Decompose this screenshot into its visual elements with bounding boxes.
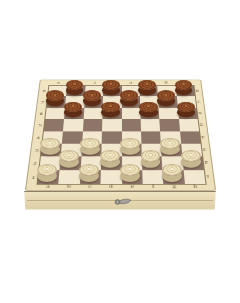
file-label-b: b bbox=[58, 182, 80, 189]
square-f5[interactable] bbox=[140, 119, 160, 131]
square-b4[interactable] bbox=[62, 131, 82, 143]
piece-dark-c7[interactable] bbox=[83, 90, 101, 101]
square-a6[interactable] bbox=[45, 107, 65, 119]
metal-clasp-icon bbox=[113, 196, 137, 208]
square-c6[interactable] bbox=[83, 107, 102, 119]
rank-label-far-1: 1 bbox=[201, 169, 213, 183]
piece-light-b2[interactable] bbox=[59, 150, 79, 162]
square-e5[interactable] bbox=[121, 119, 140, 131]
square-d5[interactable] bbox=[102, 119, 121, 131]
piece-light-e1[interactable] bbox=[120, 164, 140, 176]
file-label-far-g: g bbox=[157, 80, 175, 85]
piece-light-a1[interactable] bbox=[37, 164, 57, 176]
rank-label-6: 6 bbox=[35, 107, 46, 119]
piece-dark-d8[interactable] bbox=[102, 80, 120, 90]
rank-label-far-4: 4 bbox=[197, 131, 209, 143]
piece-dark-e7[interactable] bbox=[120, 90, 138, 101]
piece-dark-d6[interactable] bbox=[101, 102, 120, 113]
product-photo-stage: abcdefgh abcdefgh 87654321 87654321 bbox=[0, 0, 240, 303]
piece-light-d2[interactable] bbox=[100, 150, 120, 162]
rank-label-far-8: 8 bbox=[191, 85, 202, 96]
file-labels-bottom: abcdefgh bbox=[36, 182, 205, 189]
piece-light-e3[interactable] bbox=[120, 138, 140, 149]
piece-light-g1[interactable] bbox=[162, 164, 182, 176]
rank-label-5: 5 bbox=[33, 119, 44, 131]
piece-light-h2[interactable] bbox=[181, 150, 201, 162]
file-label-a: a bbox=[36, 182, 58, 189]
square-f1[interactable] bbox=[142, 169, 163, 183]
piece-light-g3[interactable] bbox=[160, 138, 180, 149]
piece-dark-b8[interactable] bbox=[66, 80, 84, 90]
square-b1[interactable] bbox=[58, 169, 80, 183]
piece-dark-g7[interactable] bbox=[157, 90, 175, 101]
file-label-e: e bbox=[121, 182, 142, 189]
square-a5[interactable] bbox=[43, 119, 63, 131]
piece-dark-h8[interactable] bbox=[175, 80, 193, 90]
file-label-far-c: c bbox=[85, 80, 103, 85]
rank-label-far-5: 5 bbox=[195, 119, 206, 131]
file-label-far-e: e bbox=[121, 80, 139, 85]
square-g6[interactable] bbox=[158, 107, 178, 119]
piece-dark-f8[interactable] bbox=[138, 80, 156, 90]
square-c5[interactable] bbox=[82, 119, 102, 131]
square-d1[interactable] bbox=[100, 169, 121, 183]
piece-light-c3[interactable] bbox=[80, 138, 100, 149]
file-label-c: c bbox=[79, 182, 100, 189]
rank-label-far-6: 6 bbox=[194, 107, 205, 119]
file-label-far-a: a bbox=[49, 80, 68, 85]
square-b5[interactable] bbox=[63, 119, 83, 131]
square-g5[interactable] bbox=[159, 119, 179, 131]
file-label-f: f bbox=[142, 182, 163, 189]
piece-light-a3[interactable] bbox=[40, 138, 60, 149]
file-label-d: d bbox=[100, 182, 121, 189]
front-edge-top-line bbox=[23, 191, 217, 193]
piece-light-c1[interactable] bbox=[79, 164, 99, 176]
square-d4[interactable] bbox=[101, 131, 121, 143]
rank-label-far-2: 2 bbox=[200, 156, 212, 169]
piece-light-f2[interactable] bbox=[141, 150, 161, 162]
square-e6[interactable] bbox=[121, 107, 140, 119]
piece-dark-f6[interactable] bbox=[139, 102, 158, 113]
square-f4[interactable] bbox=[140, 131, 160, 143]
piece-dark-a7[interactable] bbox=[46, 90, 64, 101]
file-label-g: g bbox=[163, 182, 185, 189]
